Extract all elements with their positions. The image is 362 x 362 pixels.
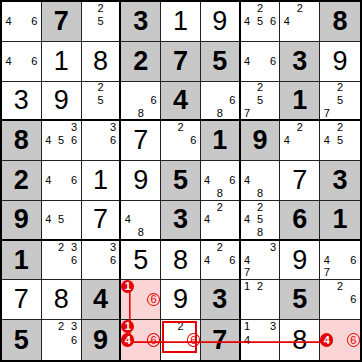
candidate-9: [267, 347, 280, 360]
candidate-6: 6: [187, 134, 200, 147]
cell-r9c2[interactable]: 236: [42, 320, 82, 360]
candidate-grid: 12: [241, 280, 280, 319]
candidate-9: [267, 267, 280, 280]
candidate-grid: 2456: [241, 2, 280, 41]
candidate-grid: 24: [201, 201, 239, 239]
candidate-7: [42, 226, 55, 239]
placed-digit: 2: [2, 161, 41, 200]
candidate-2: 2: [55, 320, 68, 333]
candidate-4: 4: [2, 15, 15, 28]
placed-digit: 9: [2, 201, 41, 239]
cell-r2c8[interactable]: 3: [280, 42, 320, 82]
cell-r4c9[interactable]: 245: [320, 121, 360, 161]
candidate-grid: 134: [241, 320, 280, 360]
candidate-4: 4: [241, 213, 254, 226]
cell-r7c4[interactable]: 5: [121, 241, 161, 281]
candidate-6: [267, 174, 280, 187]
candidate-6: 6: [68, 333, 81, 346]
candidate-1: [241, 82, 254, 95]
candidate-4: 4: [42, 174, 55, 187]
candidate-3: [187, 320, 200, 333]
candidate-7: [241, 28, 254, 41]
candidate-1: [42, 161, 55, 174]
candidate-9: [347, 347, 360, 360]
candidate-7: [121, 306, 134, 319]
candidate-8: [254, 306, 267, 319]
cell-r6c5[interactable]: 3: [161, 201, 201, 241]
candidate-7: 7: [241, 107, 254, 120]
placed-digit: 1: [201, 121, 239, 160]
cell-r6c7[interactable]: 2458: [241, 201, 281, 241]
candidate-2: 2: [254, 82, 267, 95]
candidate-2: [254, 241, 267, 254]
candidate-4: 4: [241, 333, 254, 346]
placed-digit: 9: [280, 241, 319, 280]
candidate-4: [201, 94, 214, 107]
candidate-5: [134, 213, 147, 226]
candidate-8: [254, 68, 267, 81]
candidate-4: [320, 293, 333, 306]
candidate-7: [42, 267, 55, 280]
cell-r5c6[interactable]: 468: [201, 161, 241, 201]
candidate-7: 7: [241, 267, 254, 280]
cell-r2c7[interactable]: 46: [241, 42, 281, 82]
cell-r3c5[interactable]: 4: [161, 82, 201, 122]
candidate-3: 3: [68, 241, 81, 254]
candidate-6: 6: [347, 254, 360, 267]
placed-digit: 5: [280, 280, 319, 319]
cell-r5c8[interactable]: 7: [280, 161, 320, 201]
candidate-2: 2: [333, 280, 346, 293]
candidate-7: [201, 267, 214, 280]
candidate-2: [254, 161, 267, 174]
candidate-grid: 25: [82, 82, 120, 120]
placed-digit: 7: [280, 161, 319, 200]
candidate-grid: 257: [241, 82, 280, 120]
candidate-6: 6: [226, 174, 239, 187]
cell-r8c1[interactable]: 7: [2, 280, 42, 320]
candidate-6: [267, 333, 280, 346]
candidate-9: [187, 347, 200, 360]
candidate-3: [107, 2, 120, 15]
candidate-3: [68, 161, 81, 174]
candidate-grid: 46: [2, 2, 41, 41]
placed-digit: 1: [82, 161, 120, 200]
candidate-2: 2: [333, 121, 346, 134]
candidate-2: [134, 82, 147, 95]
candidate-5: 5: [254, 94, 267, 107]
cell-r6c2[interactable]: 45: [42, 201, 82, 241]
candidate-4: 4: [121, 213, 134, 226]
cell-r6c3[interactable]: 7: [82, 201, 122, 241]
cell-r6c1[interactable]: 9: [2, 201, 42, 241]
candidate-3: [68, 201, 81, 214]
candidate-7: [82, 28, 95, 41]
candidate-3: [267, 280, 280, 293]
placed-digit: 7: [121, 121, 160, 160]
candidate-9: [226, 107, 239, 120]
candidate-2: [254, 42, 267, 55]
cell-r8c2[interactable]: 8: [42, 280, 82, 320]
candidate-4: 4: [280, 15, 293, 28]
candidate-1: [241, 161, 254, 174]
placed-digit: 6: [280, 201, 319, 239]
candidate-9: [107, 28, 120, 41]
candidate-9: [226, 226, 239, 239]
cell-r5c2[interactable]: 46: [42, 161, 82, 201]
candidate-4: 4: [320, 254, 333, 267]
cell-r3c6[interactable]: 68: [201, 82, 241, 122]
candidate-5: [94, 134, 107, 147]
candidate-8: [55, 226, 68, 239]
candidate-6: 6: [226, 254, 239, 267]
cell-r5c5[interactable]: 5: [161, 161, 201, 201]
placed-digit: 5: [121, 241, 160, 280]
cell-r6c4[interactable]: 48: [121, 201, 161, 241]
cell-r7c7[interactable]: 347: [241, 241, 281, 281]
candidate-5: [55, 174, 68, 187]
candidate-9: [107, 267, 120, 280]
placed-digit: 8: [2, 121, 41, 160]
cell-r5c3[interactable]: 1: [82, 161, 122, 201]
candidate-3: [147, 320, 160, 333]
candidate-8: [333, 347, 346, 360]
candidate-3: [107, 82, 120, 95]
candidate-7: [320, 306, 333, 319]
candidate-1: [201, 201, 214, 214]
candidate-1: [201, 241, 214, 254]
candidate-9: [347, 306, 360, 319]
candidate-2: [134, 320, 147, 333]
candidate-2: 2: [333, 82, 346, 95]
candidate-4: 4: [201, 254, 214, 267]
candidate-8: [134, 347, 147, 360]
candidate-4: [320, 94, 333, 107]
candidate-4: [82, 15, 95, 28]
cell-r2c4[interactable]: 2: [121, 42, 161, 82]
cell-r1c4[interactable]: 3: [121, 2, 161, 42]
candidate-grid: 36: [82, 241, 120, 280]
candidate-1: [121, 201, 134, 214]
candidate-grid: 26: [161, 320, 200, 360]
cell-r9c7[interactable]: 134: [241, 320, 281, 360]
placed-digit: 8: [320, 2, 360, 41]
candidate-7: [280, 28, 293, 41]
cell-r8c4[interactable]: 16: [121, 280, 161, 320]
cell-r2c5[interactable]: 7: [161, 42, 201, 82]
cell-r9c5[interactable]: 26: [161, 320, 201, 360]
candidate-8: [55, 347, 68, 360]
cell-r9c1[interactable]: 5: [2, 320, 42, 360]
cell-r8c9[interactable]: 26: [320, 280, 360, 320]
candidate-grid: 48: [241, 161, 280, 200]
placed-digit: 4: [161, 82, 200, 120]
cell-r6c6[interactable]: 24: [201, 201, 241, 241]
candidate-4: 4: [320, 134, 333, 147]
cell-r7c1[interactable]: 1: [2, 241, 42, 281]
candidate-5: [55, 254, 68, 267]
cell-r2c3[interactable]: 8: [82, 42, 122, 82]
cell-r9c9[interactable]: 46: [320, 320, 360, 360]
cell-r5c1[interactable]: 2: [2, 161, 42, 201]
candidate-6: 6: [226, 94, 239, 107]
candidate-4: [121, 94, 134, 107]
candidate-8: [94, 28, 107, 41]
cell-r9c6[interactable]: 7: [201, 320, 241, 360]
candidate-7: [201, 187, 214, 200]
cell-r8c7[interactable]: 12: [241, 280, 281, 320]
cell-r7c8[interactable]: 9: [280, 241, 320, 281]
cell-r8c3[interactable]: 4: [82, 280, 122, 320]
cell-r6c8[interactable]: 6: [280, 201, 320, 241]
candidate-grid: 3456: [42, 121, 81, 160]
candidate-3: [347, 121, 360, 134]
candidate-1: [241, 2, 254, 15]
cell-r5c9[interactable]: 3: [320, 161, 360, 201]
candidate-4: 4: [201, 174, 214, 187]
candidate-7: [42, 347, 55, 360]
cell-r1c3[interactable]: 25: [82, 2, 122, 42]
candidate-4: 4: [2, 55, 15, 68]
candidate-7: [280, 147, 293, 160]
candidate-5: [213, 94, 226, 107]
candidate-3: 3: [267, 241, 280, 254]
candidate-9: [306, 147, 319, 160]
candidate-6: 6: [28, 15, 41, 28]
candidate-1: [241, 241, 254, 254]
cell-r5c4[interactable]: 9: [121, 161, 161, 201]
cell-r8c5[interactable]: 9: [161, 280, 201, 320]
candidate-grid: 468: [201, 161, 239, 200]
candidate-5: [213, 254, 226, 267]
cell-r4c4[interactable]: 7: [121, 121, 161, 161]
cell-r3c9[interactable]: 257: [320, 82, 360, 122]
placed-digit: 9: [161, 280, 200, 319]
candidate-2: 2: [254, 201, 267, 214]
candidate-3: [347, 82, 360, 95]
candidate-1: [280, 2, 293, 15]
cell-r8c8[interactable]: 5: [280, 280, 320, 320]
candidate-4: 4: [241, 254, 254, 267]
cell-r1c2[interactable]: 7: [42, 2, 82, 42]
cell-r4c8[interactable]: 24: [280, 121, 320, 161]
cell-r7c5[interactable]: 8: [161, 241, 201, 281]
candidate-5: 5: [333, 134, 346, 147]
cell-r2c2[interactable]: 1: [42, 42, 82, 82]
cell-r3c3[interactable]: 25: [82, 82, 122, 122]
candidate-3: [347, 280, 360, 293]
cell-r2c6[interactable]: 5: [201, 42, 241, 82]
candidate-8: 8: [213, 187, 226, 200]
candidate-6: 6: [267, 55, 280, 68]
candidate-grid: 2458: [241, 201, 280, 239]
candidate-5: [254, 254, 267, 267]
candidate-8: [94, 267, 107, 280]
candidate-6: [107, 15, 120, 28]
candidate-grid: 24: [280, 121, 319, 160]
candidate-5: 5: [254, 213, 267, 226]
candidate-4: [42, 333, 55, 346]
candidate-4: [82, 134, 95, 147]
candidate-6: 6: [107, 254, 120, 267]
candidate-3: [226, 241, 239, 254]
candidate-1: [42, 121, 55, 134]
candidate-7: [241, 306, 254, 319]
cell-r1c8[interactable]: 24: [280, 2, 320, 42]
cell-r1c6[interactable]: 9: [201, 2, 241, 42]
candidate-9: [147, 226, 160, 239]
candidate-9: [347, 267, 360, 280]
candidate-8: [254, 28, 267, 41]
candidate-3: [267, 42, 280, 55]
candidate-2: [134, 201, 147, 214]
candidate-1: [82, 2, 95, 15]
candidate-9: [147, 107, 160, 120]
candidate-grid: 68: [121, 82, 160, 120]
candidate-5: [134, 293, 147, 306]
candidate-4: 4: [241, 174, 254, 187]
candidate-3: 3: [68, 121, 81, 134]
cell-r7c2[interactable]: 236: [42, 241, 82, 281]
candidate-3: [147, 280, 160, 293]
candidate-5: 5: [94, 15, 107, 28]
candidate-8: [15, 68, 28, 81]
cell-r2c1[interactable]: 46: [2, 42, 42, 82]
circled-candidate-6: 6: [147, 293, 160, 306]
candidate-4: [42, 254, 55, 267]
candidate-2: [15, 2, 28, 15]
candidate-1: [320, 82, 333, 95]
candidate-3: 3: [68, 320, 81, 333]
sudoku-board: 4672531924562484618275463939256846825712…: [0, 0, 362, 362]
candidate-5: [293, 15, 306, 28]
cell-r3c4[interactable]: 68: [121, 82, 161, 122]
candidate-4: 4: [241, 15, 254, 28]
candidate-5: [134, 333, 147, 346]
candidate-8: 8: [213, 107, 226, 120]
cell-r7c3[interactable]: 36: [82, 241, 122, 281]
cell-r3c2[interactable]: 9: [42, 82, 82, 122]
candidate-3: [267, 2, 280, 15]
candidate-9: [147, 306, 160, 319]
candidate-6: [306, 134, 319, 147]
candidate-8: [15, 28, 28, 41]
placed-digit: 2: [121, 42, 160, 81]
candidate-7: [241, 226, 254, 239]
candidate-9: [306, 28, 319, 41]
candidate-5: [333, 254, 346, 267]
cell-r1c9[interactable]: 8: [320, 2, 360, 42]
cell-r3c8[interactable]: 1: [280, 82, 320, 122]
candidate-9: [107, 147, 120, 160]
candidate-1: [2, 2, 15, 15]
candidate-2: 2: [254, 280, 267, 293]
candidate-7: [161, 347, 174, 360]
candidate-9: [187, 147, 200, 160]
candidate-8: [174, 347, 187, 360]
candidate-8: [55, 267, 68, 280]
cell-r4c5[interactable]: 26: [161, 121, 201, 161]
cell-r9c4[interactable]: 146: [121, 320, 161, 360]
candidate-7: [82, 267, 95, 280]
candidate-3: [226, 82, 239, 95]
cell-r8c6[interactable]: 3: [201, 280, 241, 320]
cell-r2c9[interactable]: 9: [320, 42, 360, 82]
placed-digit: 1: [320, 201, 360, 239]
cell-r5c7[interactable]: 48: [241, 161, 281, 201]
placed-digit: 7: [2, 280, 41, 319]
cell-r6c9[interactable]: 1: [320, 201, 360, 241]
cell-r1c1[interactable]: 46: [2, 2, 42, 42]
candidate-3: [306, 121, 319, 134]
cell-r3c7[interactable]: 257: [241, 82, 281, 122]
chain-node-candidate-1: 1: [121, 320, 134, 333]
candidate-grid: 245: [320, 121, 360, 160]
cell-r4c2[interactable]: 3456: [42, 121, 82, 161]
candidate-9: [267, 187, 280, 200]
placed-digit: 5: [201, 42, 239, 81]
candidate-2: [134, 280, 147, 293]
cell-r1c5[interactable]: 1: [161, 2, 201, 42]
placed-digit: 9: [320, 42, 360, 81]
candidate-2: 2: [293, 2, 306, 15]
cell-r4c3[interactable]: 36: [82, 121, 122, 161]
cell-r9c8[interactable]: 8: [280, 320, 320, 360]
candidate-7: [82, 147, 95, 160]
cell-r3c1[interactable]: 3: [2, 82, 42, 122]
candidate-8: [213, 226, 226, 239]
cell-r4c7[interactable]: 9: [241, 121, 281, 161]
placed-digit: 8: [161, 241, 200, 280]
candidate-8: [94, 107, 107, 120]
candidate-8: [174, 147, 187, 160]
candidate-1: [42, 241, 55, 254]
candidate-9: [107, 107, 120, 120]
candidate-3: [28, 2, 41, 15]
candidate-9: [68, 267, 81, 280]
circled-candidate-6: 6: [147, 333, 160, 346]
placed-digit: 1: [42, 42, 81, 81]
cell-r4c6[interactable]: 1: [201, 121, 241, 161]
candidate-4: [241, 94, 254, 107]
cell-r7c9[interactable]: 467: [320, 241, 360, 281]
candidate-5: 5: [333, 94, 346, 107]
candidate-3: 3: [267, 320, 280, 333]
candidate-2: [55, 121, 68, 134]
candidate-5: [94, 254, 107, 267]
candidate-8: [94, 147, 107, 160]
candidate-7: [2, 68, 15, 81]
placed-digit: 8: [42, 280, 81, 319]
candidate-8: [213, 267, 226, 280]
cell-r7c6[interactable]: 246: [201, 241, 241, 281]
candidate-4: [161, 134, 174, 147]
candidate-5: 5: [55, 134, 68, 147]
candidate-2: [94, 241, 107, 254]
cell-r9c3[interactable]: 9: [82, 320, 122, 360]
candidate-8: [333, 107, 346, 120]
candidate-3: [267, 201, 280, 214]
candidate-7: [201, 226, 214, 239]
candidate-8: 8: [254, 226, 267, 239]
candidate-4: 4: [42, 134, 55, 147]
candidate-6: [347, 134, 360, 147]
candidate-grid: 146: [121, 320, 160, 360]
candidate-2: 2: [94, 82, 107, 95]
candidate-5: [134, 94, 147, 107]
cell-r4c1[interactable]: 8: [2, 121, 42, 161]
cell-r1c7[interactable]: 2456: [241, 2, 281, 42]
